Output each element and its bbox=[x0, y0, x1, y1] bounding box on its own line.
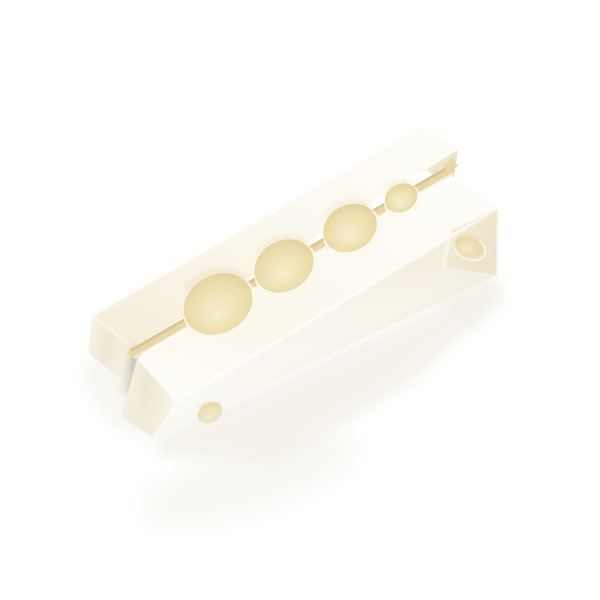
mold-block-photo bbox=[0, 0, 600, 600]
product-image bbox=[0, 0, 600, 600]
front-right-arris-highlight bbox=[497, 208, 498, 275]
